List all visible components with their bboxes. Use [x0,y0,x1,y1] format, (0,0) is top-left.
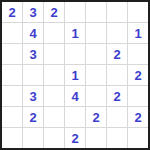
cell-r6c2-clue: 2 [23,107,43,127]
cell-r4c3[interactable] [44,65,64,85]
cell-r1c4[interactable] [65,2,85,22]
cell-r5c4-clue: 4 [65,86,85,106]
cell-r3c5[interactable] [86,44,106,64]
cell-r4c1[interactable] [2,65,22,85]
cell-r6c5-clue: 2 [86,107,106,127]
cell-r3c4[interactable] [65,44,85,64]
cell-r1c5[interactable] [86,2,106,22]
cell-r5c7[interactable] [128,86,148,106]
cell-r7c6[interactable] [107,128,127,148]
cell-r7c2[interactable] [23,128,43,148]
cell-r3c6-clue: 2 [107,44,127,64]
cell-r7c7[interactable] [128,128,148,148]
minesweeper-board: 23241132123422222 [0,0,150,150]
cell-r1c7[interactable] [128,2,148,22]
cell-r6c7-clue: 2 [128,107,148,127]
cell-r3c7[interactable] [128,44,148,64]
cell-r2c5[interactable] [86,23,106,43]
cell-r2c6[interactable] [107,23,127,43]
cell-r3c3[interactable] [44,44,64,64]
cell-r6c6[interactable] [107,107,127,127]
cell-r7c5[interactable] [86,128,106,148]
cell-r7c3[interactable] [44,128,64,148]
cell-r4c7-clue: 2 [128,65,148,85]
cell-r2c2-clue: 4 [23,23,43,43]
cell-r6c4[interactable] [65,107,85,127]
cell-r4c2[interactable] [23,65,43,85]
cell-r5c6-clue: 2 [107,86,127,106]
cell-r5c1[interactable] [2,86,22,106]
cell-r7c1[interactable] [2,128,22,148]
cell-r1c6[interactable] [107,2,127,22]
cell-r1c1-clue: 2 [2,2,22,22]
cell-r3c1[interactable] [2,44,22,64]
cell-r1c2-clue: 3 [23,2,43,22]
cell-r6c1[interactable] [2,107,22,127]
cell-r2c1[interactable] [2,23,22,43]
cell-r2c4-clue: 1 [65,23,85,43]
cell-r5c2-clue: 3 [23,86,43,106]
cell-r5c3[interactable] [44,86,64,106]
cell-r5c5[interactable] [86,86,106,106]
cell-r4c6[interactable] [107,65,127,85]
cell-r4c5[interactable] [86,65,106,85]
cell-r4c4-clue: 1 [65,65,85,85]
cell-r2c3[interactable] [44,23,64,43]
cell-r1c3-clue: 2 [44,2,64,22]
cell-r2c7-clue: 1 [128,23,148,43]
cell-r6c3[interactable] [44,107,64,127]
cell-r3c2-clue: 3 [23,44,43,64]
cell-r7c4-clue: 2 [65,128,85,148]
